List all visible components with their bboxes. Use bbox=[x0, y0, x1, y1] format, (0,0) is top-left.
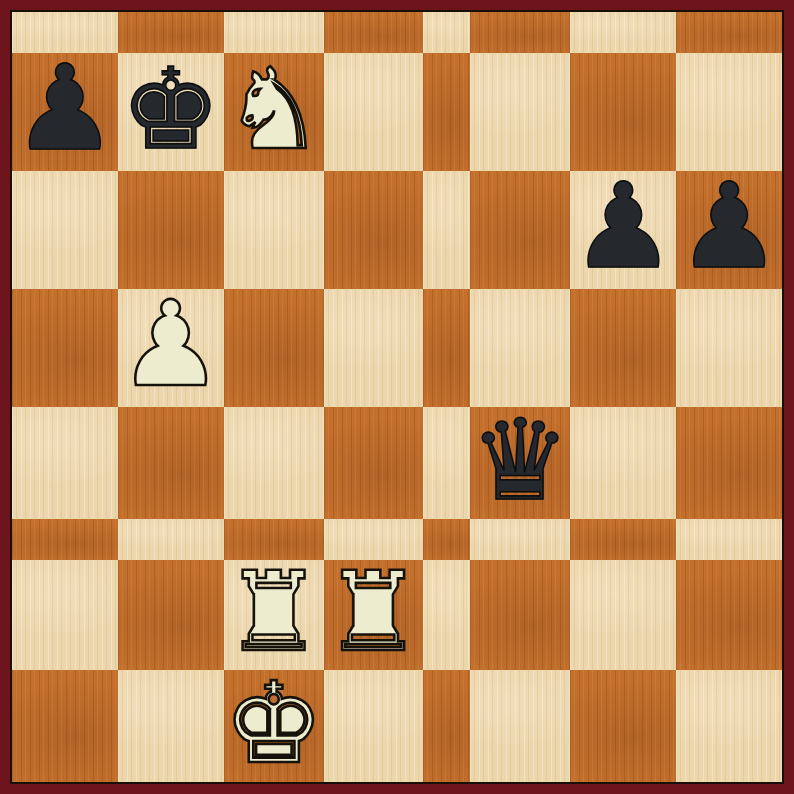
square-c7[interactable]: ♞ bbox=[224, 53, 324, 171]
square-h1[interactable] bbox=[676, 670, 782, 782]
square-h4[interactable] bbox=[676, 407, 782, 519]
square-h3[interactable] bbox=[676, 519, 782, 560]
square-e8[interactable] bbox=[423, 12, 470, 53]
square-e5[interactable] bbox=[423, 289, 470, 407]
square-b2[interactable] bbox=[118, 560, 224, 670]
white-knight-piece: ♞ bbox=[224, 53, 324, 165]
black-pawn-piece: ♟ bbox=[676, 167, 782, 285]
square-b4[interactable] bbox=[118, 407, 224, 519]
square-e2[interactable] bbox=[423, 560, 470, 670]
square-b1[interactable] bbox=[118, 670, 224, 782]
square-h6[interactable]: ♟ bbox=[676, 171, 782, 289]
square-c6[interactable] bbox=[224, 171, 324, 289]
square-d3[interactable] bbox=[324, 519, 423, 560]
square-f2[interactable] bbox=[470, 560, 570, 670]
square-h2[interactable] bbox=[676, 560, 782, 670]
square-g4[interactable] bbox=[570, 407, 676, 519]
square-f7[interactable] bbox=[470, 53, 570, 171]
square-e7[interactable] bbox=[423, 53, 470, 171]
square-a7[interactable]: ♟ bbox=[12, 53, 118, 171]
black-pawn-piece: ♟ bbox=[12, 49, 118, 167]
square-g6[interactable]: ♟ bbox=[570, 171, 676, 289]
square-c4[interactable] bbox=[224, 407, 324, 519]
square-a2[interactable] bbox=[12, 560, 118, 670]
square-f5[interactable] bbox=[470, 289, 570, 407]
square-e1[interactable] bbox=[423, 670, 470, 782]
chess-board: ♟♚♞♟♟♟♛♜♜♚ bbox=[10, 10, 784, 784]
white-king-piece: ♚ bbox=[224, 667, 324, 779]
square-g7[interactable] bbox=[570, 53, 676, 171]
black-pawn-piece: ♟ bbox=[570, 167, 676, 285]
square-a8[interactable] bbox=[12, 12, 118, 53]
square-f1[interactable] bbox=[470, 670, 570, 782]
square-a1[interactable] bbox=[12, 670, 118, 782]
chess-board-frame: ♟♚♞♟♟♟♛♜♜♚ bbox=[0, 0, 794, 794]
square-a5[interactable] bbox=[12, 289, 118, 407]
white-pawn-piece: ♟ bbox=[118, 285, 224, 403]
square-g3[interactable] bbox=[570, 519, 676, 560]
square-h7[interactable] bbox=[676, 53, 782, 171]
square-f6[interactable] bbox=[470, 171, 570, 289]
square-b7[interactable]: ♚ bbox=[118, 53, 224, 171]
square-d6[interactable] bbox=[324, 171, 423, 289]
square-h8[interactable] bbox=[676, 12, 782, 53]
square-d5[interactable] bbox=[324, 289, 423, 407]
black-queen-piece: ♛ bbox=[470, 404, 570, 516]
square-h5[interactable] bbox=[676, 289, 782, 407]
square-c1[interactable]: ♚ bbox=[224, 670, 324, 782]
square-e3[interactable] bbox=[423, 519, 470, 560]
square-d4[interactable] bbox=[324, 407, 423, 519]
black-king-piece: ♚ bbox=[120, 53, 220, 165]
square-c2[interactable]: ♜ bbox=[224, 560, 324, 670]
square-e6[interactable] bbox=[423, 171, 470, 289]
square-f4[interactable]: ♛ bbox=[470, 407, 570, 519]
square-d7[interactable] bbox=[324, 53, 423, 171]
square-a6[interactable] bbox=[12, 171, 118, 289]
square-b8[interactable] bbox=[118, 12, 224, 53]
square-e4[interactable] bbox=[423, 407, 470, 519]
square-a3[interactable] bbox=[12, 519, 118, 560]
white-rook-piece: ♜ bbox=[324, 557, 423, 667]
square-d2[interactable]: ♜ bbox=[324, 560, 423, 670]
square-g5[interactable] bbox=[570, 289, 676, 407]
square-g1[interactable] bbox=[570, 670, 676, 782]
square-f3[interactable] bbox=[470, 519, 570, 560]
square-c8[interactable] bbox=[224, 12, 324, 53]
square-b5[interactable]: ♟ bbox=[118, 289, 224, 407]
square-a4[interactable] bbox=[12, 407, 118, 519]
square-d8[interactable] bbox=[324, 12, 423, 53]
square-f8[interactable] bbox=[470, 12, 570, 53]
square-c3[interactable] bbox=[224, 519, 324, 560]
square-g2[interactable] bbox=[570, 560, 676, 670]
square-b3[interactable] bbox=[118, 519, 224, 560]
square-b6[interactable] bbox=[118, 171, 224, 289]
white-rook-piece: ♜ bbox=[224, 557, 323, 667]
square-d1[interactable] bbox=[324, 670, 423, 782]
square-g8[interactable] bbox=[570, 12, 676, 53]
square-c5[interactable] bbox=[224, 289, 324, 407]
